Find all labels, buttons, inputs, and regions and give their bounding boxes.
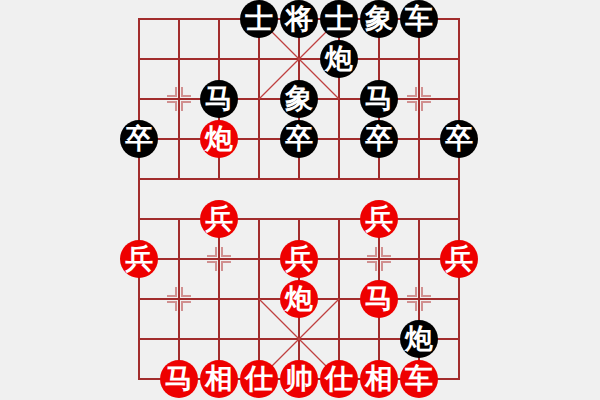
piece-black-elephant[interactable]: 象 — [360, 0, 398, 38]
piece-red-elephant[interactable]: 相 — [200, 360, 238, 398]
piece-black-soldier[interactable]: 卒 — [440, 120, 478, 158]
piece-red-cannon[interactable]: 炮 — [200, 120, 238, 158]
piece-black-soldier[interactable]: 卒 — [120, 120, 158, 158]
piece-black-cannon[interactable]: 炮 — [320, 40, 358, 78]
piece-black-soldier[interactable]: 卒 — [360, 120, 398, 158]
piece-black-advisor[interactable]: 士 — [320, 0, 358, 38]
piece-red-soldier[interactable]: 兵 — [120, 240, 158, 278]
piece-black-soldier[interactable]: 卒 — [280, 120, 318, 158]
piece-red-elephant[interactable]: 相 — [360, 360, 398, 398]
piece-red-chariot[interactable]: 车 — [400, 360, 438, 398]
xiangqi-board[interactable]: 士将士象车炮马象马卒炮卒卒卒兵兵兵兵兵炮马炮马相仕帅仕相车 — [0, 0, 600, 400]
piece-black-advisor[interactable]: 士 — [240, 0, 278, 38]
piece-black-chariot[interactable]: 车 — [400, 0, 438, 38]
piece-black-horse[interactable]: 马 — [360, 80, 398, 118]
piece-black-horse[interactable]: 马 — [200, 80, 238, 118]
piece-red-general[interactable]: 帅 — [280, 360, 318, 398]
piece-red-advisor[interactable]: 仕 — [240, 360, 278, 398]
piece-red-horse[interactable]: 马 — [360, 280, 398, 318]
piece-red-soldier[interactable]: 兵 — [200, 200, 238, 238]
board-grid — [0, 0, 600, 400]
piece-red-horse[interactable]: 马 — [160, 360, 198, 398]
piece-red-cannon[interactable]: 炮 — [280, 280, 318, 318]
piece-black-cannon[interactable]: 炮 — [400, 320, 438, 358]
piece-black-elephant[interactable]: 象 — [280, 80, 318, 118]
piece-red-soldier[interactable]: 兵 — [360, 200, 398, 238]
piece-red-soldier[interactable]: 兵 — [440, 240, 478, 278]
piece-black-general[interactable]: 将 — [280, 0, 318, 38]
piece-red-advisor[interactable]: 仕 — [320, 360, 358, 398]
piece-red-soldier[interactable]: 兵 — [280, 240, 318, 278]
